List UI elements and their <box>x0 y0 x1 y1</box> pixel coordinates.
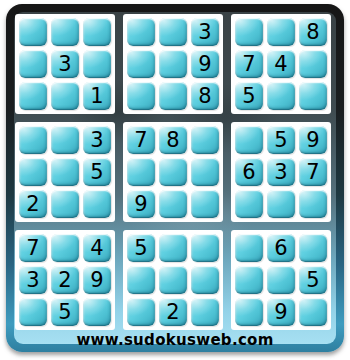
cell-r2c8[interactable]: 4 <box>267 50 295 78</box>
cell-r5c7[interactable]: 6 <box>235 158 263 186</box>
cell-r2c6[interactable]: 9 <box>191 50 219 78</box>
box-3: 8745 <box>231 14 331 114</box>
sudoku-board: 3139887453527895963774329552659 <box>15 14 331 330</box>
cell-r5c5[interactable] <box>159 158 187 186</box>
cell-r8c7[interactable] <box>235 266 263 294</box>
cell-r2c4[interactable] <box>127 50 155 78</box>
cell-r6c3[interactable] <box>83 190 111 218</box>
cell-r3c1[interactable] <box>19 82 47 110</box>
cell-r8c1[interactable]: 3 <box>19 266 47 294</box>
cell-r9c5[interactable]: 2 <box>159 298 187 326</box>
cell-r2c3[interactable] <box>83 50 111 78</box>
cell-r6c8[interactable] <box>267 190 295 218</box>
cell-r3c4[interactable] <box>127 82 155 110</box>
cell-r5c3[interactable]: 5 <box>83 158 111 186</box>
cell-r7c9[interactable] <box>299 234 327 262</box>
cell-r1c2[interactable] <box>51 18 79 46</box>
cell-r7c2[interactable] <box>51 234 79 262</box>
cell-r2c9[interactable] <box>299 50 327 78</box>
cell-r8c2[interactable]: 2 <box>51 266 79 294</box>
cell-r4c4[interactable]: 7 <box>127 126 155 154</box>
cell-r8c6[interactable] <box>191 266 219 294</box>
cell-r7c5[interactable] <box>159 234 187 262</box>
cell-r4c5[interactable]: 8 <box>159 126 187 154</box>
cell-r3c9[interactable] <box>299 82 327 110</box>
cell-r8c4[interactable] <box>127 266 155 294</box>
cell-r5c6[interactable] <box>191 158 219 186</box>
cell-r3c6[interactable]: 8 <box>191 82 219 110</box>
box-2: 398 <box>123 14 223 114</box>
cell-r1c3[interactable] <box>83 18 111 46</box>
cell-r1c4[interactable] <box>127 18 155 46</box>
cell-r9c1[interactable] <box>19 298 47 326</box>
cell-r2c1[interactable] <box>19 50 47 78</box>
cell-r2c5[interactable] <box>159 50 187 78</box>
cell-r3c7[interactable]: 5 <box>235 82 263 110</box>
cell-r6c5[interactable] <box>159 190 187 218</box>
cell-r6c9[interactable] <box>299 190 327 218</box>
cell-r3c5[interactable] <box>159 82 187 110</box>
cell-r7c1[interactable]: 7 <box>19 234 47 262</box>
box-8: 52 <box>123 230 223 330</box>
cell-r7c7[interactable] <box>235 234 263 262</box>
cell-r2c2[interactable]: 3 <box>51 50 79 78</box>
cell-r5c1[interactable] <box>19 158 47 186</box>
cell-r1c1[interactable] <box>19 18 47 46</box>
site-url: www.sudokusweb.com <box>0 331 350 349</box>
cell-r1c6[interactable]: 3 <box>191 18 219 46</box>
cell-r7c8[interactable]: 6 <box>267 234 295 262</box>
cell-r4c3[interactable]: 3 <box>83 126 111 154</box>
cell-r7c6[interactable] <box>191 234 219 262</box>
cell-r9c2[interactable]: 5 <box>51 298 79 326</box>
cell-r9c3[interactable] <box>83 298 111 326</box>
cell-r7c4[interactable]: 5 <box>127 234 155 262</box>
box-5: 789 <box>123 122 223 222</box>
cell-r6c2[interactable] <box>51 190 79 218</box>
cell-r8c5[interactable] <box>159 266 187 294</box>
cell-r6c6[interactable] <box>191 190 219 218</box>
cell-r4c8[interactable]: 5 <box>267 126 295 154</box>
cell-r1c8[interactable] <box>267 18 295 46</box>
box-1: 31 <box>15 14 115 114</box>
box-7: 743295 <box>15 230 115 330</box>
box-9: 659 <box>231 230 331 330</box>
cell-r9c9[interactable] <box>299 298 327 326</box>
cell-r6c1[interactable]: 2 <box>19 190 47 218</box>
cell-r1c5[interactable] <box>159 18 187 46</box>
cell-r5c9[interactable]: 7 <box>299 158 327 186</box>
cell-r9c7[interactable] <box>235 298 263 326</box>
cell-r8c9[interactable]: 5 <box>299 266 327 294</box>
cell-r3c2[interactable] <box>51 82 79 110</box>
cell-r4c9[interactable]: 9 <box>299 126 327 154</box>
cell-r6c4[interactable]: 9 <box>127 190 155 218</box>
cell-r9c6[interactable] <box>191 298 219 326</box>
cell-r4c7[interactable] <box>235 126 263 154</box>
cell-r9c4[interactable] <box>127 298 155 326</box>
cell-r6c7[interactable] <box>235 190 263 218</box>
box-4: 352 <box>15 122 115 222</box>
cell-r4c6[interactable] <box>191 126 219 154</box>
cell-r9c8[interactable]: 9 <box>267 298 295 326</box>
cell-r8c8[interactable] <box>267 266 295 294</box>
cell-r4c2[interactable] <box>51 126 79 154</box>
cell-r4c1[interactable] <box>19 126 47 154</box>
cell-r5c4[interactable] <box>127 158 155 186</box>
cell-r3c8[interactable] <box>267 82 295 110</box>
cell-r5c8[interactable]: 3 <box>267 158 295 186</box>
cell-r7c3[interactable]: 4 <box>83 234 111 262</box>
cell-r3c3[interactable]: 1 <box>83 82 111 110</box>
cell-r1c7[interactable] <box>235 18 263 46</box>
cell-r1c9[interactable]: 8 <box>299 18 327 46</box>
box-6: 59637 <box>231 122 331 222</box>
cell-r8c3[interactable]: 9 <box>83 266 111 294</box>
cell-r5c2[interactable] <box>51 158 79 186</box>
cell-r2c7[interactable]: 7 <box>235 50 263 78</box>
